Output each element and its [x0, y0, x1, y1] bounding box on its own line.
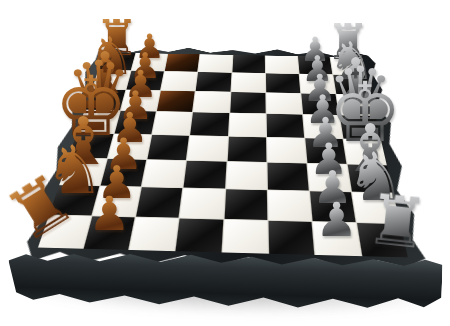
square-5-0	[59, 158, 106, 185]
square-1-6	[299, 74, 335, 94]
square-4-2	[148, 135, 190, 160]
square-5-4	[226, 161, 267, 189]
square-2-4	[230, 92, 266, 113]
square-4-6	[305, 138, 346, 164]
square-0-3	[198, 54, 232, 72]
square-0-0	[98, 53, 135, 71]
square-0-5	[265, 56, 298, 74]
square-5-6	[307, 163, 350, 191]
square-6-4	[224, 189, 267, 220]
board-scene: ♜♟♟♜♞♟♟♞♝♟♟♝♛♟♟♛♚♟♟♚♝♟♟♝♞♟♟♞♜♟♟♜	[0, 0, 450, 326]
square-7-0	[38, 215, 91, 249]
square-1-3	[196, 72, 231, 92]
square-2-5	[266, 93, 302, 114]
square-5-2	[142, 160, 186, 188]
square-3-4	[229, 113, 266, 136]
chess-set-photo: ♜♟♟♜♞♟♟♞♝♟♟♝♛♟♟♛♚♟♟♚♝♟♟♝♞♟♟♞♜♟♟♜	[0, 0, 450, 326]
square-6-7	[352, 192, 400, 223]
square-4-5	[267, 137, 306, 162]
square-3-6	[303, 115, 342, 138]
board-grid	[38, 53, 408, 258]
square-0-2	[165, 54, 200, 72]
square-5-7	[347, 164, 393, 192]
square-2-2	[157, 91, 195, 112]
square-2-1	[121, 90, 160, 111]
square-2-6	[301, 94, 339, 115]
square-1-5	[266, 74, 300, 94]
square-6-6	[310, 191, 356, 222]
square-3-3	[190, 113, 228, 136]
square-3-5	[266, 114, 304, 137]
square-4-0	[69, 133, 114, 158]
square-2-7	[336, 94, 375, 115]
square-6-0	[49, 185, 99, 215]
square-7-4	[222, 220, 267, 254]
square-3-7	[340, 116, 381, 139]
square-7-3	[176, 218, 223, 252]
square-7-5	[268, 221, 314, 255]
square-1-0	[92, 70, 131, 89]
square-3-2	[153, 112, 193, 135]
square-6-5	[268, 190, 312, 221]
square-2-3	[193, 92, 230, 113]
square-1-7	[333, 75, 370, 95]
square-6-1	[93, 186, 141, 216]
square-6-3	[180, 188, 224, 219]
square-2-0	[85, 89, 126, 110]
square-0-7	[330, 57, 366, 75]
square-7-2	[130, 217, 179, 251]
square-1-2	[161, 72, 197, 91]
square-5-3	[184, 161, 226, 189]
square-3-0	[77, 110, 120, 133]
square-7-1	[84, 216, 135, 250]
square-7-6	[312, 222, 361, 256]
square-3-1	[115, 111, 156, 134]
square-4-3	[187, 135, 227, 160]
square-5-5	[267, 162, 308, 190]
square-4-4	[227, 136, 266, 161]
chess-board	[16, 46, 428, 271]
square-0-4	[232, 55, 265, 73]
square-4-7	[343, 139, 386, 165]
square-1-1	[127, 71, 165, 90]
square-4-1	[108, 134, 151, 159]
square-0-1	[132, 53, 168, 71]
square-1-4	[231, 73, 265, 93]
square-0-6	[298, 56, 332, 74]
square-6-2	[136, 187, 182, 218]
square-5-1	[101, 159, 147, 187]
square-7-7	[357, 223, 408, 257]
